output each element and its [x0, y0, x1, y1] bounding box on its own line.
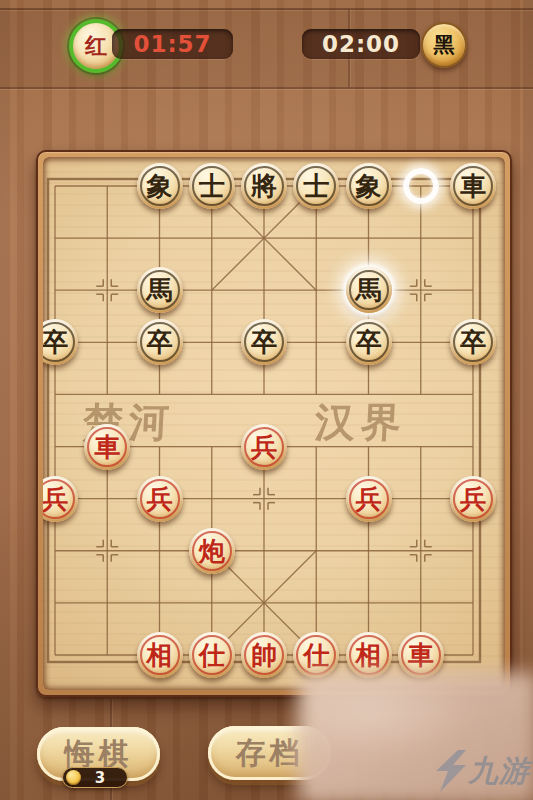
piece-glyph: 兵 [251, 434, 277, 460]
piece-black-卒[interactable]: 卒 [346, 319, 392, 365]
board-panel: 楚河 汉界 象士將士象車馬馬卒卒卒卒卒車兵兵兵兵兵炮相仕帥仕相車 [36, 150, 512, 697]
piece-black-馬[interactable]: 馬 [346, 267, 392, 313]
red-timer-value: 01:57 [133, 31, 211, 57]
piece-glyph: 炮 [199, 538, 225, 564]
piece-glyph: 卒 [356, 329, 382, 355]
piece-glyph: 士 [199, 173, 225, 199]
piece-glyph: 士 [303, 173, 329, 199]
piece-glyph: 象 [147, 173, 173, 199]
piece-red-帥[interactable]: 帥 [241, 632, 287, 678]
black-timer-value: 02:00 [322, 31, 400, 57]
undo-count-value: 3 [81, 769, 127, 787]
piece-glyph: 車 [408, 642, 434, 668]
piece-glyph: 車 [94, 434, 120, 460]
black-player-piece-icon: 黑 [421, 22, 467, 68]
piece-glyph: 卒 [43, 329, 68, 355]
piece-glyph: 仕 [303, 642, 329, 668]
nine-game-logo-icon [434, 750, 468, 792]
piece-glyph: 相 [356, 642, 382, 668]
piece-glyph: 卒 [460, 329, 486, 355]
piece-black-象[interactable]: 象 [137, 163, 183, 209]
piece-red-兵[interactable]: 兵 [241, 424, 287, 470]
piece-glyph: 卒 [251, 329, 277, 355]
piece-glyph: 馬 [356, 277, 382, 303]
piece-black-象[interactable]: 象 [346, 163, 392, 209]
piece-red-相[interactable]: 相 [137, 632, 183, 678]
piece-black-士[interactable]: 士 [293, 163, 339, 209]
piece-glyph: 兵 [43, 486, 68, 512]
xiangqi-board[interactable]: 楚河 汉界 象士將士象車馬馬卒卒卒卒卒車兵兵兵兵兵炮相仕帥仕相車 [43, 157, 505, 690]
piece-glyph: 卒 [147, 329, 173, 355]
piece-glyph: 將 [251, 173, 277, 199]
piece-black-卒[interactable]: 卒 [137, 319, 183, 365]
piece-black-將[interactable]: 將 [241, 163, 287, 209]
undo-count-badge: 3 [62, 767, 128, 788]
piece-glyph: 象 [356, 173, 382, 199]
river-label-right: 汉界 [314, 395, 409, 450]
last-move-origin-marker [403, 168, 439, 204]
wood-seam-upper [0, 87, 533, 89]
piece-glyph: 相 [147, 642, 173, 668]
piece-glyph: 兵 [147, 486, 173, 512]
piece-black-士[interactable]: 士 [189, 163, 235, 209]
piece-red-兵[interactable]: 兵 [450, 476, 496, 522]
piece-black-馬[interactable]: 馬 [137, 267, 183, 313]
piece-glyph: 仕 [199, 642, 225, 668]
piece-red-炮[interactable]: 炮 [189, 528, 235, 574]
brand-text: 九游 [468, 751, 530, 792]
piece-red-兵[interactable]: 兵 [137, 476, 183, 522]
wood-seam-top [0, 8, 533, 10]
piece-glyph: 車 [460, 173, 486, 199]
piece-red-兵[interactable]: 兵 [346, 476, 392, 522]
red-player-label: 红 [85, 31, 107, 61]
red-player-timer: 01:57 [112, 29, 233, 59]
piece-red-仕[interactable]: 仕 [189, 632, 235, 678]
game-screen: 红 01:57 02:00 黑 楚河 汉界 象士將士象車馬馬卒卒卒卒卒車兵兵兵兵… [0, 0, 533, 800]
coin-icon [66, 770, 81, 785]
black-player-label: 黑 [434, 31, 455, 59]
piece-glyph: 馬 [147, 277, 173, 303]
piece-red-車[interactable]: 車 [84, 424, 130, 470]
piece-glyph: 兵 [356, 486, 382, 512]
black-player-timer: 02:00 [302, 29, 420, 59]
piece-black-車[interactable]: 車 [450, 163, 496, 209]
piece-glyph: 兵 [460, 486, 486, 512]
piece-glyph: 帥 [251, 642, 277, 668]
piece-black-卒[interactable]: 卒 [450, 319, 496, 365]
brand-watermark: 九游 [434, 750, 530, 792]
piece-black-卒[interactable]: 卒 [241, 319, 287, 365]
save-button-label: 存档 [236, 733, 304, 774]
